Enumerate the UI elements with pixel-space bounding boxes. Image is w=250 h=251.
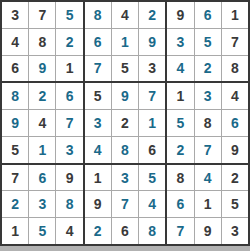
sudoku-box-3: 961357428 <box>167 2 248 81</box>
cell-r3c2[interactable]: 9 <box>29 56 55 82</box>
sudoku-board: 3754826918426197539613574288269475135973… <box>0 0 250 246</box>
cell-r4c4[interactable]: 5 <box>85 83 111 109</box>
cell-r8c8[interactable]: 1 <box>195 191 221 217</box>
cell-r5c7[interactable]: 5 <box>167 110 193 136</box>
cell-r6c3[interactable]: 3 <box>56 137 82 163</box>
cell-r3c3[interactable]: 1 <box>56 56 82 82</box>
cell-r2c4[interactable]: 6 <box>85 29 111 55</box>
cell-r8c5[interactable]: 7 <box>112 191 138 217</box>
cell-r9c2[interactable]: 5 <box>29 218 55 244</box>
cell-r8c7[interactable]: 6 <box>167 191 193 217</box>
cell-r5c1[interactable]: 9 <box>2 110 28 136</box>
sudoku-box-6: 134586279 <box>167 83 248 162</box>
cell-r4c7[interactable]: 1 <box>167 83 193 109</box>
cell-r6c5[interactable]: 8 <box>112 137 138 163</box>
cell-r3c8[interactable]: 2 <box>195 56 221 82</box>
cell-r8c4[interactable]: 9 <box>85 191 111 217</box>
cell-r6c6[interactable]: 6 <box>139 137 165 163</box>
cell-r9c9[interactable]: 3 <box>222 218 248 244</box>
cell-r7c8[interactable]: 4 <box>195 165 221 191</box>
cell-r9c8[interactable]: 9 <box>195 218 221 244</box>
cell-r4c1[interactable]: 8 <box>2 83 28 109</box>
cell-r1c3[interactable]: 5 <box>56 2 82 28</box>
cell-r5c6[interactable]: 1 <box>139 110 165 136</box>
cell-r7c4[interactable]: 1 <box>85 165 111 191</box>
cell-r7c2[interactable]: 6 <box>29 165 55 191</box>
cell-r5c2[interactable]: 4 <box>29 110 55 136</box>
cell-r1c1[interactable]: 3 <box>2 2 28 28</box>
cell-r9c6[interactable]: 8 <box>139 218 165 244</box>
cell-r4c2[interactable]: 2 <box>29 83 55 109</box>
sudoku-box-2: 842619753 <box>85 2 166 81</box>
cell-r2c6[interactable]: 9 <box>139 29 165 55</box>
cell-r6c2[interactable]: 1 <box>29 137 55 163</box>
cell-r8c6[interactable]: 4 <box>139 191 165 217</box>
cell-r3c6[interactable]: 3 <box>139 56 165 82</box>
cell-r8c9[interactable]: 5 <box>222 191 248 217</box>
cell-r1c2[interactable]: 7 <box>29 2 55 28</box>
cell-r7c3[interactable]: 9 <box>56 165 82 191</box>
cell-r2c1[interactable]: 4 <box>2 29 28 55</box>
cell-r7c5[interactable]: 3 <box>112 165 138 191</box>
cell-r3c7[interactable]: 4 <box>167 56 193 82</box>
cell-r2c9[interactable]: 7 <box>222 29 248 55</box>
cell-r1c7[interactable]: 9 <box>167 2 193 28</box>
cell-r7c9[interactable]: 2 <box>222 165 248 191</box>
cell-r2c7[interactable]: 3 <box>167 29 193 55</box>
cell-r3c5[interactable]: 5 <box>112 56 138 82</box>
cell-r7c1[interactable]: 7 <box>2 165 28 191</box>
cell-r8c2[interactable]: 3 <box>29 191 55 217</box>
sudoku-box-5: 597321486 <box>85 83 166 162</box>
cell-r6c8[interactable]: 7 <box>195 137 221 163</box>
cell-r1c6[interactable]: 2 <box>139 2 165 28</box>
cell-r3c4[interactable]: 7 <box>85 56 111 82</box>
cell-r1c8[interactable]: 6 <box>195 2 221 28</box>
cell-r6c7[interactable]: 2 <box>167 137 193 163</box>
cell-r4c6[interactable]: 7 <box>139 83 165 109</box>
cell-r2c5[interactable]: 1 <box>112 29 138 55</box>
cell-r5c8[interactable]: 8 <box>195 110 221 136</box>
cell-r8c1[interactable]: 2 <box>2 191 28 217</box>
sudoku-box-4: 826947513 <box>2 83 83 162</box>
cell-r4c9[interactable]: 4 <box>222 83 248 109</box>
cell-r9c5[interactable]: 6 <box>112 218 138 244</box>
cell-r4c8[interactable]: 3 <box>195 83 221 109</box>
cell-r8c3[interactable]: 8 <box>56 191 82 217</box>
bottom-strip <box>0 246 250 251</box>
cell-r2c3[interactable]: 2 <box>56 29 82 55</box>
cell-r5c9[interactable]: 6 <box>222 110 248 136</box>
cell-r1c4[interactable]: 8 <box>85 2 111 28</box>
cell-r9c3[interactable]: 4 <box>56 218 82 244</box>
cell-r6c1[interactable]: 5 <box>2 137 28 163</box>
sudoku-box-1: 375482691 <box>2 2 83 81</box>
cell-r3c1[interactable]: 6 <box>2 56 28 82</box>
cell-r9c4[interactable]: 2 <box>85 218 111 244</box>
cell-r2c8[interactable]: 5 <box>195 29 221 55</box>
cell-r9c1[interactable]: 1 <box>2 218 28 244</box>
cell-r9c7[interactable]: 7 <box>167 218 193 244</box>
cell-r1c9[interactable]: 1 <box>222 2 248 28</box>
cell-r5c3[interactable]: 7 <box>56 110 82 136</box>
cell-r1c5[interactable]: 4 <box>112 2 138 28</box>
cell-r5c5[interactable]: 2 <box>112 110 138 136</box>
cell-r7c6[interactable]: 5 <box>139 165 165 191</box>
cell-r7c7[interactable]: 8 <box>167 165 193 191</box>
cell-r4c5[interactable]: 9 <box>112 83 138 109</box>
cell-r6c4[interactable]: 4 <box>85 137 111 163</box>
cell-r4c3[interactable]: 6 <box>56 83 82 109</box>
cell-r5c4[interactable]: 3 <box>85 110 111 136</box>
cell-r2c2[interactable]: 8 <box>29 29 55 55</box>
cell-r6c9[interactable]: 9 <box>222 137 248 163</box>
sudoku-box-7: 769238154 <box>2 165 83 244</box>
sudoku-box-9: 842615793 <box>167 165 248 244</box>
sudoku-box-8: 135974268 <box>85 165 166 244</box>
cell-r3c9[interactable]: 8 <box>222 56 248 82</box>
